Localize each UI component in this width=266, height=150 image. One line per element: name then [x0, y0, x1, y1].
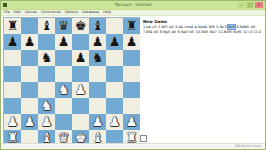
white-piece-n[interactable]: ♞ [55, 82, 72, 98]
black-piece-p[interactable]: ♟ [106, 34, 123, 50]
square-e6[interactable]: ♟ [72, 50, 89, 66]
menu-item-options[interactable]: Options [65, 10, 79, 15]
square-a3[interactable] [4, 98, 21, 114]
square-c4[interactable] [38, 82, 55, 98]
chess-board[interactable]: ♜♝♛♚♝♜♟♟♟♟♟♟♞♟♞♞♟♞♟♟♟♟♟♟♜♝♛♚♝♜ [3, 17, 141, 147]
black-piece-p[interactable]: ♟ [21, 34, 38, 50]
black-piece-p[interactable]: ♟ [123, 34, 140, 50]
square-h3[interactable] [123, 98, 140, 114]
status-bar: White to move [1, 143, 265, 149]
turn-indicator [140, 135, 147, 142]
square-d3[interactable] [55, 98, 72, 114]
square-f4[interactable] [89, 82, 106, 98]
menu-item-file[interactable]: File [4, 10, 10, 15]
square-c5[interactable] [38, 66, 55, 82]
square-a5[interactable] [4, 66, 21, 82]
status-text: White to move [235, 144, 261, 149]
square-d8[interactable]: ♛ [55, 18, 72, 34]
minimize-button[interactable]: – [237, 2, 245, 8]
black-piece-n[interactable]: ♞ [38, 50, 55, 66]
square-b3[interactable] [21, 98, 38, 114]
square-b6[interactable] [21, 50, 38, 66]
square-e5[interactable] [72, 66, 89, 82]
square-c7[interactable] [38, 34, 55, 50]
square-d6[interactable] [55, 50, 72, 66]
black-piece-b[interactable]: ♝ [89, 18, 106, 34]
square-g2[interactable]: ♟ [106, 114, 123, 130]
white-piece-p[interactable]: ♟ [4, 114, 21, 130]
square-h6[interactable] [123, 50, 140, 66]
square-a2[interactable]: ♟ [4, 114, 21, 130]
white-piece-p[interactable]: ♟ [38, 114, 55, 130]
black-piece-p[interactable]: ♟ [55, 34, 72, 50]
close-button[interactable]: × [255, 2, 263, 8]
square-b5[interactable] [21, 66, 38, 82]
menu-item-games[interactable]: Games [25, 10, 37, 15]
square-f2[interactable]: ♟ [89, 114, 106, 130]
square-d7[interactable]: ♟ [55, 34, 72, 50]
menu-item-edit[interactable]: Edit [14, 10, 21, 15]
square-h4[interactable] [123, 82, 140, 98]
square-d4[interactable]: ♞ [55, 82, 72, 98]
black-piece-r[interactable]: ♜ [123, 18, 140, 34]
black-piece-p[interactable]: ♟ [72, 50, 89, 66]
square-e4[interactable]: ♟ [72, 82, 89, 98]
current-move[interactable]: Nc6 [228, 25, 235, 29]
square-h8[interactable]: ♜ [123, 18, 140, 34]
black-piece-r[interactable]: ♜ [4, 18, 21, 34]
square-a7[interactable]: ♟ [4, 34, 21, 50]
square-f8[interactable]: ♝ [89, 18, 106, 34]
black-piece-b[interactable]: ♝ [38, 18, 55, 34]
game-heading: New Game [143, 19, 262, 24]
square-g4[interactable] [106, 82, 123, 98]
square-e7[interactable] [72, 34, 89, 50]
black-piece-q[interactable]: ♛ [55, 18, 72, 34]
moves-before[interactable]: 1.e4 c5 2.Nf3 e6 3.d4 cxd4 4.Nxd4 Nf6 5.… [143, 25, 228, 29]
square-d2[interactable] [55, 114, 72, 130]
square-g6[interactable] [106, 50, 123, 66]
square-b2[interactable]: ♟ [21, 114, 38, 130]
maximize-button[interactable]: ▢ [246, 2, 254, 8]
square-e3[interactable] [72, 98, 89, 114]
black-piece-n[interactable]: ♞ [89, 50, 106, 66]
square-h2[interactable]: ♟ [123, 114, 140, 130]
window-title: Tarrasch - Untitled [1, 2, 265, 7]
menu-item-database[interactable]: Database [82, 10, 99, 15]
square-f7[interactable]: ♟ [89, 34, 106, 50]
white-piece-p[interactable]: ♟ [89, 114, 106, 130]
menu-item-help[interactable]: Help [103, 10, 111, 15]
square-a4[interactable] [4, 82, 21, 98]
square-g3[interactable] [106, 98, 123, 114]
square-a6[interactable] [4, 50, 21, 66]
square-e2[interactable] [72, 114, 89, 130]
menu-bar: FileEditGamesCommandsOptionsDatabaseHelp [1, 10, 265, 16]
square-g7[interactable]: ♟ [106, 34, 123, 50]
move-list[interactable]: 1.e4 c5 2.Nf3 e6 3.d4 cxd4 4.Nxd4 Nf6 5.… [143, 25, 262, 34]
square-c2[interactable]: ♟ [38, 114, 55, 130]
square-b8[interactable] [21, 18, 38, 34]
white-piece-p[interactable]: ♟ [106, 114, 123, 130]
square-c8[interactable]: ♝ [38, 18, 55, 34]
square-a8[interactable]: ♜ [4, 18, 21, 34]
square-b4[interactable] [21, 82, 38, 98]
title-bar[interactable]: Tarrasch - Untitled – ▢ × [1, 1, 265, 10]
square-g5[interactable] [106, 66, 123, 82]
white-piece-p[interactable]: ♟ [123, 114, 140, 130]
white-piece-n[interactable]: ♞ [38, 98, 55, 114]
square-f6[interactable]: ♞ [89, 50, 106, 66]
square-f3[interactable] [89, 98, 106, 114]
square-b7[interactable]: ♟ [21, 34, 38, 50]
chess-gui-window: Tarrasch - Untitled – ▢ × FileEditGamesC… [0, 0, 266, 150]
square-h7[interactable]: ♟ [123, 34, 140, 50]
moves-panel[interactable]: New Game 1.e4 c5 2.Nf3 e6 3.d4 cxd4 4.Nx… [140, 17, 265, 145]
black-piece-p[interactable]: ♟ [4, 34, 21, 50]
white-piece-p[interactable]: ♟ [72, 82, 89, 98]
square-h5[interactable] [123, 66, 140, 82]
square-f5[interactable] [89, 66, 106, 82]
black-piece-p[interactable]: ♟ [89, 34, 106, 50]
menu-item-commands[interactable]: Commands [41, 10, 61, 15]
square-c6[interactable]: ♞ [38, 50, 55, 66]
square-c3[interactable]: ♞ [38, 98, 55, 114]
white-piece-p[interactable]: ♟ [21, 114, 38, 130]
square-g8[interactable] [106, 18, 123, 34]
square-e8[interactable]: ♚ [72, 18, 89, 34]
black-piece-k[interactable]: ♚ [72, 18, 89, 34]
square-d5[interactable] [55, 66, 72, 82]
